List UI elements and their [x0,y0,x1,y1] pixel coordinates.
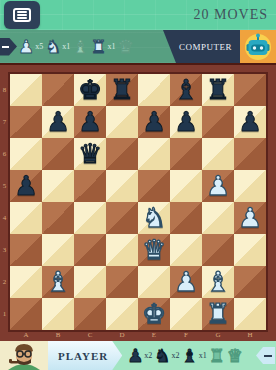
square-h5[interactable] [234,170,266,202]
square-b2[interactable]: ♝ [42,266,74,298]
square-e7[interactable]: ♟ [138,106,170,138]
rank-label-6: 6 [0,150,9,158]
captured-count: x1 [199,351,207,360]
captured-count: x1 [108,42,116,51]
piece-black-rook-g8[interactable]: ♜ [206,74,230,106]
file-label-a: A [10,329,42,341]
square-e8[interactable] [138,74,170,106]
file-label-c: C [74,329,106,341]
man-with-glasses-icon [0,341,48,370]
captured-black-pawn: ♟x2 [127,347,152,365]
file-label-f: F [170,329,202,341]
square-e5[interactable] [138,170,170,202]
piece-black-pawn-e7[interactable]: ♟ [142,106,166,138]
square-d2[interactable] [106,266,138,298]
rank-label-5: 5 [0,182,9,190]
square-a7[interactable] [10,106,42,138]
white-pawn-icon: ♟ [18,38,34,56]
file-label-b: B [42,329,74,341]
menu-button[interactable] [4,1,40,29]
player-tray-collapse-button[interactable] [256,347,275,364]
file-label-h: H [234,329,266,341]
piece-white-pawn-g5[interactable]: ♟ [206,170,230,202]
piece-black-rook-d8[interactable]: ♜ [110,74,134,106]
square-b5[interactable] [42,170,74,202]
square-h4[interactable]: ♟ [234,202,266,234]
piece-black-pawn-a5[interactable]: ♟ [14,170,38,202]
captured-black-queen-ghost: ♛ [227,347,243,365]
moves-counter: 20 MOVES [193,0,268,30]
square-d5[interactable] [106,170,138,202]
square-b4[interactable] [42,202,74,234]
square-a4[interactable] [10,202,42,234]
square-f2[interactable]: ♟ [170,266,202,298]
black-knight-icon: ♞ [154,347,170,365]
square-h2[interactable] [234,266,266,298]
square-g5[interactable]: ♟ [202,170,234,202]
square-g7[interactable] [202,106,234,138]
captured-white-knight: ♞x1 [45,38,70,56]
square-h3[interactable] [234,234,266,266]
captured-count: x2 [172,351,180,360]
file-label-d: D [106,329,138,341]
square-e6[interactable] [138,138,170,170]
square-c7[interactable]: ♟ [74,106,106,138]
computer-captured-pieces: ♟x5♞x1♝♜x1♛ [17,38,135,56]
player-capture-tray: PLAYER ♟x2♞x2♝x1♜♛ [0,341,276,370]
square-b1[interactable] [42,298,74,330]
square-d7[interactable] [106,106,138,138]
square-d4[interactable] [106,202,138,234]
piece-black-pawn-b7[interactable]: ♟ [46,106,70,138]
captured-black-bishop: ♝x1 [182,347,207,365]
square-c6[interactable]: ♛ [74,138,106,170]
player-captured-pieces: ♟x2♞x2♝x1♜♛ [126,347,244,365]
square-c8[interactable]: ♚ [74,74,106,106]
square-h7[interactable]: ♟ [234,106,266,138]
top-header: 20 MOVES [0,0,276,30]
square-f1[interactable] [170,298,202,330]
minus-icon [2,46,9,48]
captured-white-queen-ghost: ♛ [118,38,134,56]
player-avatar [0,341,48,370]
captured-count: x1 [62,42,70,51]
square-a3[interactable] [10,234,42,266]
square-f6[interactable] [170,138,202,170]
chess-board: ♚♜♝♜♟♟♟♟♟♛♟♟♞♟♛♝♟♝♚♜ 87654321 ABCDEFGH [0,63,276,341]
piece-black-pawn-f7[interactable]: ♟ [174,106,198,138]
black-queen-icon: ♛ [227,347,243,365]
rank-label-4: 4 [0,214,9,222]
square-h1[interactable] [234,298,266,330]
square-a8[interactable] [10,74,42,106]
square-h8[interactable] [234,74,266,106]
captured-count: x2 [144,351,152,360]
captured-white-pawn: ♟x5 [18,38,43,56]
square-c3[interactable] [74,234,106,266]
square-g3[interactable] [202,234,234,266]
square-c1[interactable] [74,298,106,330]
piece-white-rook-g1[interactable]: ♜ [206,298,230,330]
rank-label-2: 2 [0,278,9,286]
white-bishop-icon: ♝ [72,38,88,56]
rank-label-7: 7 [0,118,9,126]
square-e1[interactable]: ♚ [138,298,170,330]
piece-white-knight-e4[interactable]: ♞ [142,202,166,234]
square-b7[interactable]: ♟ [42,106,74,138]
file-label-g: G [202,329,234,341]
square-f3[interactable] [170,234,202,266]
square-d1[interactable] [106,298,138,330]
white-rook-icon: ♜ [90,38,106,56]
square-b3[interactable] [42,234,74,266]
square-a6[interactable] [10,138,42,170]
computer-name-banner: COMPUTER [163,30,240,63]
piece-black-king-c8[interactable]: ♚ [78,74,102,106]
square-c2[interactable] [74,266,106,298]
piece-white-bishop-g2[interactable]: ♝ [206,266,230,298]
square-g4[interactable] [202,202,234,234]
piece-white-pawn-f2[interactable]: ♟ [174,266,198,298]
minus-icon [264,355,272,357]
piece-white-king-e1[interactable]: ♚ [142,298,166,330]
computer-label: COMPUTER [179,42,232,52]
computer-capture-tray: ♟x5♞x1♝♜x1♛ COMPUTER [0,30,276,63]
captured-white-bishop-ghost: ♝ [72,38,88,56]
black-pawn-icon: ♟ [127,347,143,365]
square-e3[interactable]: ♛ [138,234,170,266]
square-h6[interactable] [234,138,266,170]
captured-black-rook-ghost: ♜ [209,347,225,365]
square-g6[interactable] [202,138,234,170]
square-d6[interactable] [106,138,138,170]
player-label: PLAYER [58,350,108,362]
square-a5[interactable]: ♟ [10,170,42,202]
black-bishop-icon: ♝ [182,347,198,365]
square-a1[interactable] [10,298,42,330]
square-e2[interactable] [138,266,170,298]
piece-black-pawn-c7[interactable]: ♟ [78,106,102,138]
robot-icon [240,30,276,63]
piece-black-queen-c6[interactable]: ♛ [78,138,102,170]
black-rook-icon: ♜ [209,347,225,365]
computer-tray-collapse-button[interactable] [0,38,17,56]
square-d8[interactable]: ♜ [106,74,138,106]
captured-count: x5 [35,42,43,51]
square-d3[interactable] [106,234,138,266]
captured-white-rook: ♜x1 [90,38,115,56]
square-f8[interactable]: ♝ [170,74,202,106]
square-f5[interactable] [170,170,202,202]
computer-avatar [240,30,276,63]
square-f4[interactable] [170,202,202,234]
hamburger-menu-icon [13,8,31,22]
square-e4[interactable]: ♞ [138,202,170,234]
piece-white-bishop-b2[interactable]: ♝ [46,266,70,298]
square-c5[interactable] [74,170,106,202]
square-f7[interactable]: ♟ [170,106,202,138]
rank-label-1: 1 [0,310,9,318]
file-label-e: E [138,329,170,341]
square-c4[interactable] [74,202,106,234]
square-b8[interactable] [42,74,74,106]
player-name-banner: PLAYER [48,341,122,370]
square-a2[interactable] [10,266,42,298]
rank-label-3: 3 [0,246,9,254]
piece-black-pawn-h7[interactable]: ♟ [238,106,262,138]
square-g8[interactable]: ♜ [202,74,234,106]
piece-white-pawn-h4[interactable]: ♟ [238,202,262,234]
piece-white-queen-e3[interactable]: ♛ [142,234,166,266]
board-grid: ♚♜♝♜♟♟♟♟♟♛♟♟♞♟♛♝♟♝♚♜ [10,74,266,330]
piece-black-bishop-f8[interactable]: ♝ [174,74,198,106]
captured-black-knight: ♞x2 [154,347,179,365]
white-queen-icon: ♛ [118,38,134,56]
square-b6[interactable] [42,138,74,170]
square-g2[interactable]: ♝ [202,266,234,298]
rank-label-8: 8 [0,86,9,94]
square-g1[interactable]: ♜ [202,298,234,330]
chess-app: 20 MOVES ♟x5♞x1♝♜x1♛ COMPUTER ♚♜♝♜♟♟♟ [0,0,276,370]
white-knight-icon: ♞ [45,38,61,56]
